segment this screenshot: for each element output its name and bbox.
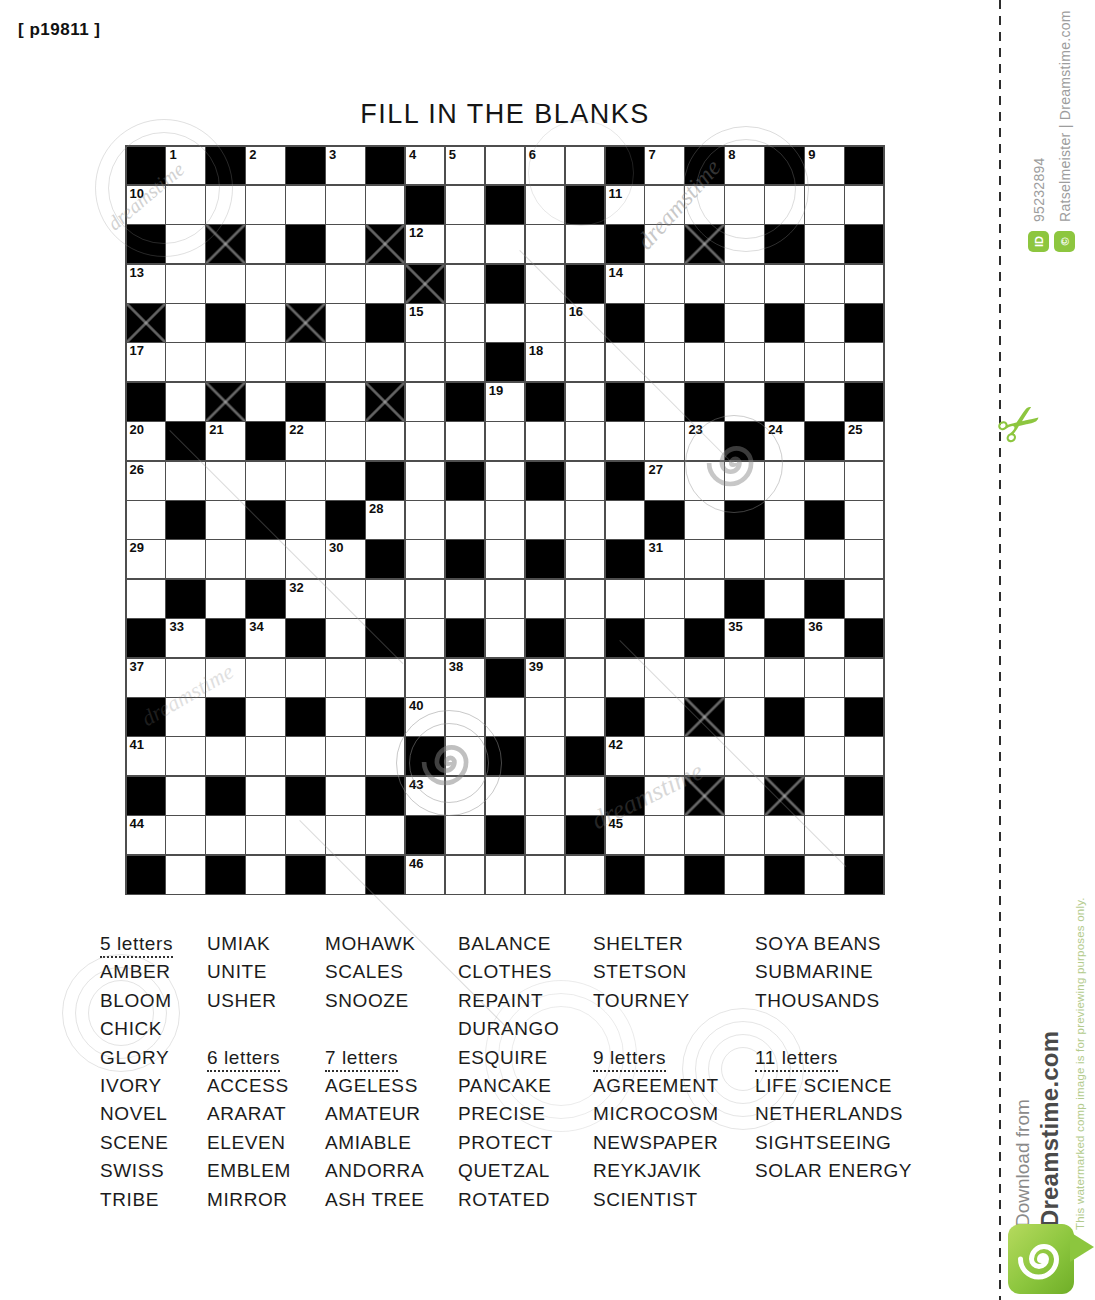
grid-cell[interactable] [246,540,284,578]
grid-cell[interactable] [206,816,244,854]
grid-cell[interactable] [246,856,284,894]
grid-cell[interactable] [246,462,284,500]
grid-cell[interactable] [486,422,524,460]
grid-cell[interactable]: 28 [366,501,404,539]
grid-cell[interactable] [765,501,803,539]
grid-cell[interactable]: 19 [486,383,524,421]
grid-cell[interactable] [805,265,843,303]
grid-cell[interactable] [805,186,843,224]
grid-cell [486,186,524,224]
grid-cell[interactable] [526,737,564,775]
grid-cell[interactable] [166,186,204,224]
grid-cell[interactable]: 15 [406,304,444,342]
word-bank-column: 5 lettersAMBERBLOOMCHICKGLORYIVORYNOVELS… [100,930,207,1214]
grid-cell[interactable] [166,225,204,263]
grid-cell[interactable] [406,540,444,578]
grid-cell[interactable]: 5 [446,147,484,185]
word-bank-word: REYKJAVIK [593,1160,702,1181]
grid-cell[interactable] [645,698,683,736]
grid-cell[interactable] [406,619,444,657]
grid-cell[interactable] [805,343,843,381]
grid-cell[interactable] [645,856,683,894]
grid-cell[interactable] [166,698,204,736]
grid-cell[interactable] [566,501,604,539]
grid-cell[interactable] [446,737,484,775]
grid-cell[interactable] [486,304,524,342]
grid-cell[interactable] [645,737,683,775]
grid-cell [326,501,364,539]
grid-cell[interactable]: 42 [606,737,644,775]
grid-cell[interactable]: 6 [526,147,564,185]
grid-cell[interactable] [286,343,324,381]
grid-cell[interactable]: 16 [566,304,604,342]
grid-cell[interactable] [246,225,284,263]
grid-cell[interactable] [845,580,883,618]
grid-cell[interactable] [845,462,883,500]
grid-cell[interactable] [366,186,404,224]
grid-cell[interactable] [526,580,564,618]
grid-cell[interactable] [446,422,484,460]
grid-cell[interactable] [566,777,604,815]
grid-cell[interactable] [446,225,484,263]
grid-cell[interactable] [206,737,244,775]
grid-cell[interactable] [566,580,604,618]
grid-cell[interactable] [326,659,364,697]
word-bank-word: SCENE [100,1132,168,1153]
grid-cell[interactable] [446,580,484,618]
grid-cell[interactable] [166,343,204,381]
grid-cell[interactable] [286,265,324,303]
grid-cell[interactable]: 9 [805,147,843,185]
grid-cell[interactable] [725,462,763,500]
grid-cell[interactable]: 35 [725,619,763,657]
grid-cell[interactable] [725,304,763,342]
clue-number: 3 [329,148,336,162]
grid-cell[interactable]: 30 [326,540,364,578]
grid-cell [765,304,803,342]
grid-cell[interactable] [406,580,444,618]
grid-cell[interactable]: 20 [127,422,165,460]
grid-cell[interactable]: 12 [406,225,444,263]
grid-cell[interactable] [645,265,683,303]
grid-cell[interactable] [805,698,843,736]
grid-cell[interactable] [645,619,683,657]
grid-cell [805,501,843,539]
grid-cell[interactable] [446,186,484,224]
grid-cell[interactable]: 39 [526,659,564,697]
grid-cell[interactable] [845,186,883,224]
grid-cell [805,422,843,460]
grid-cell[interactable] [765,265,803,303]
grid-cell[interactable] [166,777,204,815]
grid-cell[interactable] [486,580,524,618]
grid-cell[interactable]: 26 [127,462,165,500]
grid-cell[interactable] [206,265,244,303]
grid-cell[interactable] [166,856,204,894]
grid-cell[interactable] [406,383,444,421]
grid-cell[interactable] [127,580,165,618]
grid-cell[interactable] [286,737,324,775]
grid-cell[interactable] [366,737,404,775]
clue-number: 10 [130,187,144,201]
grid-cell[interactable] [246,265,284,303]
grid-cell[interactable]: 46 [406,856,444,894]
grid-cell[interactable] [446,856,484,894]
grid-cell[interactable] [326,737,364,775]
grid-cell[interactable]: 3 [326,147,364,185]
clue-number: 15 [409,305,423,319]
grid-cell[interactable] [286,462,324,500]
grid-cell[interactable] [566,462,604,500]
grid-cell[interactable] [246,737,284,775]
grid-cell[interactable] [566,147,604,185]
grid-cell[interactable] [645,816,683,854]
grid-cell[interactable] [366,265,404,303]
grid-cell[interactable] [845,343,883,381]
grid-cell[interactable] [845,265,883,303]
grid-cell[interactable] [645,186,683,224]
clue-number: 25 [848,423,862,437]
grid-cell[interactable]: 27 [645,462,683,500]
grid-cell[interactable] [685,462,723,500]
grid-cell[interactable] [566,343,604,381]
grid-cell[interactable] [366,659,404,697]
word-length-header: 5 letters [100,933,173,958]
word-bank-word: AGREEMENT [593,1075,719,1096]
grid-cell[interactable] [366,343,404,381]
grid-cell[interactable] [685,501,723,539]
grid-cell[interactable] [685,186,723,224]
clue-number: 14 [609,266,623,280]
grid-cell[interactable] [206,501,244,539]
grid-cell[interactable] [645,659,683,697]
word-bank-word: UNITE [207,961,267,982]
grid-cell[interactable] [166,816,204,854]
grid-cell[interactable] [326,186,364,224]
grid-cell[interactable]: 32 [286,580,324,618]
grid-cell[interactable] [805,462,843,500]
grid-cell[interactable] [166,737,204,775]
dreamstime-com-text[interactable]: Dreamstime.com [1036,1031,1064,1227]
grid-cell[interactable]: 21 [206,422,244,460]
grid-cell[interactable] [685,265,723,303]
clue-number: 1 [169,148,176,162]
grid-cell[interactable] [246,659,284,697]
grid-cell[interactable] [606,659,644,697]
grid-cell[interactable] [845,816,883,854]
grid-cell[interactable] [246,698,284,736]
grid-cell[interactable] [246,777,284,815]
grid-cell[interactable] [326,225,364,263]
grid-cell[interactable] [406,343,444,381]
grid-cell[interactable] [805,540,843,578]
grid-cell[interactable]: 31 [645,540,683,578]
grid-cell[interactable] [206,343,244,381]
grid-cell[interactable] [645,777,683,815]
grid-cell[interactable] [286,659,324,697]
grid-cell[interactable] [845,501,883,539]
grid-cell[interactable]: 38 [446,659,484,697]
grid-cell[interactable] [765,816,803,854]
grid-cell[interactable] [725,659,763,697]
grid-cell[interactable] [566,225,604,263]
grid-cell[interactable] [286,540,324,578]
clue-number: 44 [130,817,144,831]
grid-cell[interactable]: 36 [805,619,843,657]
grid-cell[interactable] [486,147,524,185]
grid-cell[interactable] [606,580,644,618]
grid-cell[interactable] [166,659,204,697]
grid-cell[interactable] [246,383,284,421]
grid-cell[interactable] [685,659,723,697]
grid-cell[interactable]: 4 [406,147,444,185]
grid-cell[interactable] [406,659,444,697]
grid-cell[interactable] [765,737,803,775]
grid-cell[interactable] [206,186,244,224]
grid-cell[interactable] [486,462,524,500]
grid-cell [127,619,165,657]
grid-cell[interactable] [566,422,604,460]
grid-cell[interactable] [805,383,843,421]
grid-cell[interactable] [446,816,484,854]
grid-cell[interactable]: 37 [127,659,165,697]
grid-cell[interactable]: 44 [127,816,165,854]
grid-cell[interactable]: 2 [246,147,284,185]
word-bank-word: MOHAWK [325,933,416,954]
grid-cell[interactable] [645,422,683,460]
grid-cell[interactable] [725,856,763,894]
grid-cell[interactable] [566,698,604,736]
grid-cell[interactable] [486,777,524,815]
grid-cell[interactable] [526,422,564,460]
grid-cell[interactable] [685,540,723,578]
grid-cell[interactable]: 11 [606,186,644,224]
grid-cell[interactable] [246,343,284,381]
grid-cell[interactable]: 43 [406,777,444,815]
grid-cell[interactable]: 23 [685,422,723,460]
grid-cell[interactable] [845,737,883,775]
grid-cell[interactable] [765,343,803,381]
grid-cell[interactable]: 29 [127,540,165,578]
grid-cell[interactable] [326,422,364,460]
grid-cell[interactable] [206,462,244,500]
grid-cell[interactable] [566,659,604,697]
word-length-header: 7 letters [325,1047,398,1072]
grid-cell[interactable] [326,265,364,303]
grid-cell[interactable] [805,737,843,775]
grid-cell[interactable] [286,816,324,854]
grid-cell[interactable] [366,580,404,618]
word-bank-blank [755,1015,905,1043]
grid-cell[interactable]: 24 [765,422,803,460]
grid-cell[interactable] [566,856,604,894]
grid-cell[interactable] [725,540,763,578]
grid-cell[interactable]: 18 [526,343,564,381]
grid-cell [127,304,165,342]
grid-cell[interactable] [446,698,484,736]
grid-cell[interactable] [725,186,763,224]
grid-cell[interactable] [446,501,484,539]
grid-cell[interactable] [286,186,324,224]
grid-cell [845,225,883,263]
grid-cell[interactable] [685,737,723,775]
grid-cell[interactable] [406,501,444,539]
grid-cell[interactable] [246,186,284,224]
grid-cell[interactable] [286,501,324,539]
grid-cell[interactable] [526,856,564,894]
grid-cell[interactable] [725,816,763,854]
grid-cell[interactable]: 41 [127,737,165,775]
grid-cell[interactable] [326,777,364,815]
grid-cell [127,383,165,421]
grid-cell[interactable] [446,343,484,381]
grid-cell[interactable] [486,619,524,657]
grid-cell[interactable] [765,540,803,578]
grid-cell[interactable] [645,383,683,421]
grid-cell[interactable] [606,501,644,539]
grid-cell[interactable] [566,619,604,657]
grid-cell[interactable] [166,540,204,578]
grid-cell[interactable] [725,225,763,263]
grid-cell[interactable] [765,462,803,500]
grid-cell[interactable] [526,816,564,854]
grid-cell[interactable] [526,698,564,736]
grid-cell[interactable] [645,343,683,381]
grid-cell[interactable] [526,304,564,342]
word-bank-word: MICROCOSM [593,1103,719,1124]
grid-cell[interactable] [166,304,204,342]
clue-number: 6 [529,148,536,162]
grid-cell[interactable] [206,659,244,697]
grid-cell[interactable] [606,422,644,460]
grid-cell[interactable] [685,580,723,618]
grid-cell[interactable] [446,265,484,303]
grid-cell[interactable]: 17 [127,343,165,381]
grid-cell[interactable] [725,383,763,421]
grid-cell[interactable] [606,343,644,381]
grid-cell[interactable] [326,304,364,342]
grid-cell [765,383,803,421]
grid-cell[interactable] [406,462,444,500]
grid-cell[interactable] [526,265,564,303]
grid-cell[interactable] [526,186,564,224]
grid-cell[interactable] [685,343,723,381]
grid-cell[interactable] [765,659,803,697]
grid-cell[interactable]: 1 [166,147,204,185]
grid-cell[interactable] [326,698,364,736]
grid-cell[interactable] [486,225,524,263]
grid-cell [606,462,644,500]
grid-cell[interactable] [725,343,763,381]
grid-cell[interactable] [765,580,803,618]
clue-number: 26 [130,463,144,477]
grid-cell[interactable] [326,580,364,618]
grid-cell [286,777,324,815]
grid-cell[interactable] [486,856,524,894]
grid-cell[interactable] [526,225,564,263]
grid-cell[interactable] [645,225,683,263]
grid-cell[interactable] [685,816,723,854]
grid-cell[interactable]: 8 [725,147,763,185]
grid-cell[interactable]: 33 [166,619,204,657]
grid-cell[interactable] [486,501,524,539]
grid-cell[interactable] [166,462,204,500]
grid-cell[interactable]: 34 [246,619,284,657]
grid-cell[interactable] [725,265,763,303]
grid-cell[interactable] [326,816,364,854]
grid-cell[interactable]: 25 [845,422,883,460]
grid-cell[interactable] [805,225,843,263]
grid-cell[interactable] [166,383,204,421]
word-bank: 5 lettersAMBERBLOOMCHICKGLORYIVORYNOVELS… [100,930,905,1214]
grid-cell[interactable] [326,619,364,657]
grid-cell[interactable] [206,580,244,618]
grid-cell[interactable] [486,540,524,578]
grid-cell[interactable] [446,777,484,815]
grid-cell[interactable] [246,304,284,342]
grid-cell[interactable] [406,422,444,460]
grid-cell[interactable] [486,698,524,736]
word-bank-word: SNOOZE [325,990,409,1011]
grid-cell [606,856,644,894]
grid-cell[interactable] [645,580,683,618]
grid-cell[interactable] [805,856,843,894]
grid-cell[interactable] [326,343,364,381]
word-length-header: 6 letters [207,1047,280,1072]
clue-number: 16 [569,305,583,319]
grid-cell[interactable] [566,383,604,421]
grid-cell[interactable] [725,777,763,815]
grid-cell [366,462,404,500]
grid-cell[interactable]: 10 [127,186,165,224]
grid-cell[interactable] [206,540,244,578]
grid-cell[interactable] [326,462,364,500]
grid-cell[interactable] [645,304,683,342]
grid-cell[interactable] [725,737,763,775]
grid-cell [366,225,404,263]
grid-cell[interactable] [526,501,564,539]
grid-cell[interactable]: 40 [406,698,444,736]
clue-number: 13 [130,266,144,280]
grid-cell[interactable] [805,777,843,815]
grid-cell[interactable] [765,186,803,224]
grid-cell[interactable] [366,422,404,460]
grid-cell[interactable] [805,304,843,342]
grid-cell[interactable] [845,659,883,697]
grid-cell[interactable] [326,383,364,421]
grid-cell[interactable] [526,777,564,815]
grid-cell[interactable] [725,698,763,736]
grid-cell[interactable]: 14 [606,265,644,303]
grid-cell[interactable] [566,540,604,578]
grid-cell[interactable]: 13 [127,265,165,303]
grid-cell[interactable]: 22 [286,422,324,460]
grid-cell [406,816,444,854]
grid-cell[interactable] [366,816,404,854]
grid-cell[interactable] [246,816,284,854]
grid-cell[interactable] [127,501,165,539]
grid-cell [845,383,883,421]
grid-cell[interactable] [805,816,843,854]
grid-cell[interactable]: 7 [645,147,683,185]
grid-cell[interactable] [446,304,484,342]
grid-cell[interactable] [166,265,204,303]
grid-cell[interactable]: 45 [606,816,644,854]
grid-cell [845,304,883,342]
grid-cell[interactable] [805,659,843,697]
grid-cell[interactable] [845,540,883,578]
grid-cell[interactable] [326,856,364,894]
